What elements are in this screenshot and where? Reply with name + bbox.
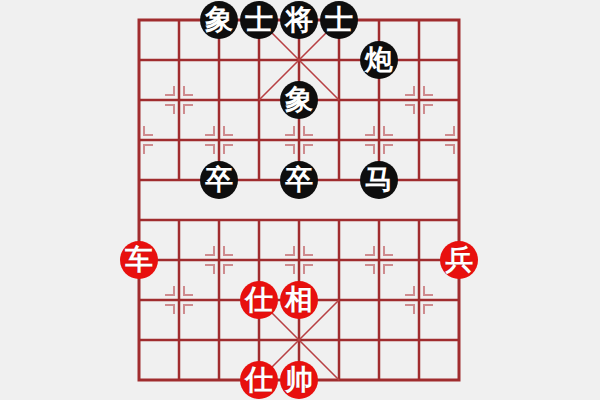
intersection-h1[interactable] [399,360,439,400]
intersection-d4[interactable] [239,240,279,280]
intersection-b2[interactable] [159,320,199,360]
piece-red-general-e1[interactable]: 帅 [280,361,318,399]
intersection-c2[interactable] [199,320,239,360]
intersection-i9[interactable] [439,40,479,80]
board-intersections: 象士将士炮象卒卒马车兵仕相仕帅 [119,0,479,400]
intersection-g6[interactable]: 马 [359,160,399,200]
intersection-a2[interactable] [119,320,159,360]
piece-black-elephant-e8[interactable]: 象 [280,81,318,119]
intersection-i5[interactable] [439,200,479,240]
intersection-f10[interactable]: 士 [319,0,359,40]
piece-black-horse-g6[interactable]: 马 [360,161,398,199]
intersection-a10[interactable] [119,0,159,40]
intersection-h5[interactable] [399,200,439,240]
intersection-f4[interactable] [319,240,359,280]
intersection-b1[interactable] [159,360,199,400]
intersection-b10[interactable] [159,0,199,40]
intersection-b6[interactable] [159,160,199,200]
piece-black-general-e10[interactable]: 将 [280,1,318,39]
intersection-c8[interactable] [199,80,239,120]
intersection-b9[interactable] [159,40,199,80]
piece-black-advisor-d10[interactable]: 士 [240,1,278,39]
piece-black-advisor-f10[interactable]: 士 [320,1,358,39]
intersection-a6[interactable] [119,160,159,200]
intersection-d2[interactable] [239,320,279,360]
intersection-e2[interactable] [279,320,319,360]
piece-red-soldier-i4[interactable]: 兵 [440,241,478,279]
intersection-g10[interactable] [359,0,399,40]
intersection-g5[interactable] [359,200,399,240]
intersection-b4[interactable] [159,240,199,280]
intersection-c4[interactable] [199,240,239,280]
intersection-i6[interactable] [439,160,479,200]
intersection-f8[interactable] [319,80,359,120]
intersection-f6[interactable] [319,160,359,200]
piece-black-soldier-e6[interactable]: 卒 [280,161,318,199]
intersection-f7[interactable] [319,120,359,160]
intersection-c10[interactable]: 象 [199,0,239,40]
intersection-i7[interactable] [439,120,479,160]
intersection-g1[interactable] [359,360,399,400]
intersection-d10[interactable]: 士 [239,0,279,40]
intersection-g2[interactable] [359,320,399,360]
intersection-d7[interactable] [239,120,279,160]
intersection-e9[interactable] [279,40,319,80]
intersection-i4[interactable]: 兵 [439,240,479,280]
intersection-b5[interactable] [159,200,199,240]
piece-red-elephant-e3[interactable]: 相 [280,281,318,319]
intersection-f1[interactable] [319,360,359,400]
intersection-a8[interactable] [119,80,159,120]
intersection-d9[interactable] [239,40,279,80]
intersection-h7[interactable] [399,120,439,160]
intersection-d5[interactable] [239,200,279,240]
intersection-e10[interactable]: 将 [279,0,319,40]
intersection-i2[interactable] [439,320,479,360]
intersection-i10[interactable] [439,0,479,40]
intersection-c5[interactable] [199,200,239,240]
piece-black-soldier-c6[interactable]: 卒 [200,161,238,199]
intersection-i8[interactable] [439,80,479,120]
piece-black-elephant-c10[interactable]: 象 [200,1,238,39]
intersection-h4[interactable] [399,240,439,280]
intersection-e3[interactable]: 相 [279,280,319,320]
intersection-e8[interactable]: 象 [279,80,319,120]
intersection-g9[interactable]: 炮 [359,40,399,80]
intersection-a1[interactable] [119,360,159,400]
intersection-d1[interactable]: 仕 [239,360,279,400]
intersection-h6[interactable] [399,160,439,200]
intersection-g3[interactable] [359,280,399,320]
xiangqi-board: 象士将士炮象卒卒马车兵仕相仕帅 [119,0,479,400]
intersection-b3[interactable] [159,280,199,320]
intersection-e1[interactable]: 帅 [279,360,319,400]
intersection-h8[interactable] [399,80,439,120]
piece-red-chariot-a4[interactable]: 车 [120,241,158,279]
intersection-d6[interactable] [239,160,279,200]
intersection-h9[interactable] [399,40,439,80]
intersection-c1[interactable] [199,360,239,400]
intersection-f5[interactable] [319,200,359,240]
piece-red-advisor-d3[interactable]: 仕 [240,281,278,319]
intersection-c9[interactable] [199,40,239,80]
intersection-h10[interactable] [399,0,439,40]
intersection-i1[interactable] [439,360,479,400]
intersection-a3[interactable] [119,280,159,320]
piece-red-advisor-d1[interactable]: 仕 [240,361,278,399]
intersection-c7[interactable] [199,120,239,160]
intersection-e7[interactable] [279,120,319,160]
intersection-h3[interactable] [399,280,439,320]
intersection-g4[interactable] [359,240,399,280]
intersection-e4[interactable] [279,240,319,280]
intersection-f3[interactable] [319,280,359,320]
intersection-c6[interactable]: 卒 [199,160,239,200]
intersection-g8[interactable] [359,80,399,120]
intersection-b8[interactable] [159,80,199,120]
intersection-e6[interactable]: 卒 [279,160,319,200]
piece-black-cannon-g9[interactable]: 炮 [360,41,398,79]
intersection-c3[interactable] [199,280,239,320]
intersection-a4[interactable]: 车 [119,240,159,280]
intersection-i3[interactable] [439,280,479,320]
intersection-e5[interactable] [279,200,319,240]
intersection-f9[interactable] [319,40,359,80]
intersection-g7[interactable] [359,120,399,160]
intersection-d3[interactable]: 仕 [239,280,279,320]
intersection-a7[interactable] [119,120,159,160]
intersection-h2[interactable] [399,320,439,360]
intersection-a5[interactable] [119,200,159,240]
intersection-d8[interactable] [239,80,279,120]
intersection-a9[interactable] [119,40,159,80]
intersection-f2[interactable] [319,320,359,360]
xiangqi-screenshot: 象士将士炮象卒卒马车兵仕相仕帅 [0,0,600,400]
intersection-b7[interactable] [159,120,199,160]
